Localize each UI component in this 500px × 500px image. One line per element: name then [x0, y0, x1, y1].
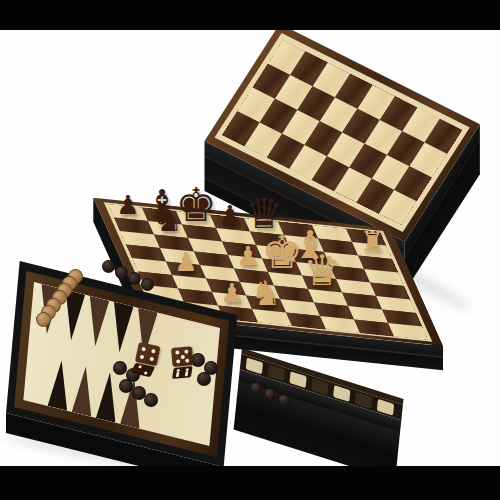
backgammon-point-top	[110, 302, 134, 355]
backgammon-point-bottom	[120, 376, 144, 429]
letterbox-band-top	[0, 0, 500, 30]
product-photo-chess-backgammon-set: ♟♝♚♟♛♞♜♝♟♚♟♛♟♞	[0, 0, 500, 500]
backgammon-point-bottom	[72, 364, 96, 417]
backgammon-point-top	[134, 308, 158, 361]
backgammon-point-top	[61, 290, 85, 343]
backgammon-point-bottom	[96, 370, 120, 423]
letterbox-band-bottom	[0, 466, 500, 500]
backgammon-point-top	[85, 296, 109, 349]
backgammon-point-bottom	[48, 358, 72, 411]
backgammon-point-top	[37, 284, 61, 337]
